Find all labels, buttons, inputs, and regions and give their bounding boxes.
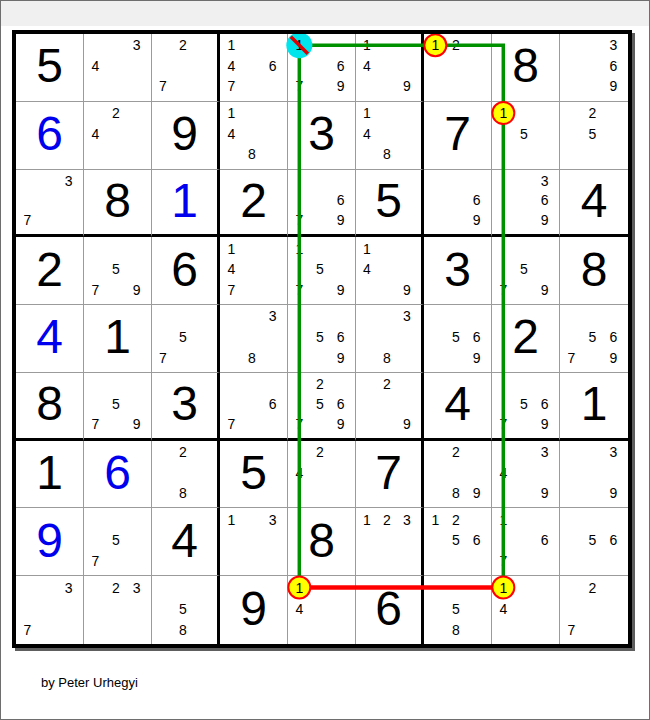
candidate-3[interactable]: 3: [534, 442, 555, 463]
candidates: 1467: [221, 35, 283, 97]
candidate-2[interactable]: 2: [582, 103, 603, 124]
candidate-4[interactable]: 4: [85, 123, 106, 144]
cell-r3c6[interactable]: 5: [356, 170, 424, 238]
candidate-7[interactable]: 7: [561, 619, 582, 640]
given-digit: 3: [288, 102, 355, 169]
candidate-9[interactable]: 9: [534, 414, 555, 434]
cell-r2c1[interactable]: 6: [16, 102, 84, 170]
given-digit: 5: [16, 34, 83, 101]
given-digit: 6: [356, 576, 421, 644]
cell-r8c2[interactable]: 57: [84, 508, 152, 576]
candidates: 12: [425, 35, 487, 97]
candidate-3[interactable]: 3: [58, 577, 79, 598]
candidate-4[interactable]: 4: [493, 462, 514, 483]
candidate-3[interactable]: 3: [126, 577, 147, 598]
cell-r1c1[interactable]: 5: [16, 34, 84, 102]
candidate-1[interactable]: 1: [493, 577, 514, 598]
candidates: 15: [493, 103, 555, 165]
candidate-3[interactable]: 3: [603, 442, 624, 463]
candidate-4[interactable]: 4: [221, 123, 242, 144]
candidate-7[interactable]: 7: [17, 619, 38, 640]
cell-r9c4[interactable]: 9: [220, 576, 288, 644]
candidate-9[interactable]: 9: [534, 210, 555, 230]
candidate-1[interactable]: 1: [221, 35, 242, 56]
candidate-5[interactable]: 5: [310, 259, 331, 280]
cell-r9c3[interactable]: 58: [152, 576, 220, 644]
candidate-2[interactable]: 2: [446, 509, 467, 530]
cell-r3c8[interactable]: 369: [492, 170, 560, 238]
title-bar: [1, 1, 650, 26]
candidates: 58: [153, 577, 213, 640]
candidate-5[interactable]: 5: [173, 598, 193, 619]
candidate-9[interactable]: 9: [603, 76, 624, 97]
cell-r7c2[interactable]: 6: [84, 441, 152, 509]
cell-r7c3[interactable]: 28: [152, 441, 220, 509]
candidates: 123: [357, 509, 417, 571]
candidate-1[interactable]: 1: [221, 103, 242, 124]
candidate-1[interactable]: 1: [357, 35, 377, 56]
candidate-6[interactable]: 6: [330, 394, 351, 414]
cell-r1c9[interactable]: 369: [560, 34, 628, 102]
cell-r8c5[interactable]: 8: [288, 508, 356, 576]
candidate-8[interactable]: 8: [446, 483, 467, 504]
cell-r6c2[interactable]: 579: [84, 373, 152, 441]
candidate-3[interactable]: 3: [534, 171, 555, 191]
candidates: 25679: [289, 374, 351, 434]
given-digit: 5: [356, 170, 421, 235]
cell-r3c5[interactable]: 679: [288, 170, 356, 238]
cell-r6c6[interactable]: 29: [356, 373, 424, 441]
cell-r9c6[interactable]: 6: [356, 576, 424, 644]
candidate-6[interactable]: 6: [330, 190, 351, 210]
candidate-6[interactable]: 6: [534, 190, 555, 210]
given-digit: 9: [152, 102, 217, 169]
cell-r3c7[interactable]: 69: [424, 170, 492, 238]
candidate-5[interactable]: 5: [106, 530, 127, 551]
cell-r6c8[interactable]: 5679: [492, 373, 560, 441]
cell-r5c5[interactable]: 569: [288, 305, 356, 373]
candidate-4[interactable]: 4: [221, 56, 242, 77]
candidate-9[interactable]: 9: [534, 483, 555, 504]
solved-digit: 6: [84, 441, 151, 508]
given-digit: 3: [152, 373, 217, 438]
cell-r4c3[interactable]: 6: [152, 237, 220, 305]
candidate-8[interactable]: 8: [173, 619, 193, 640]
cell-r8c3[interactable]: 4: [152, 508, 220, 576]
candidates: 37: [17, 577, 79, 640]
cell-r7c5[interactable]: 24: [288, 441, 356, 509]
candidate-8[interactable]: 8: [377, 347, 397, 368]
cell-r7c7[interactable]: 289: [424, 441, 492, 509]
candidate-6[interactable]: 6: [330, 56, 351, 77]
cell-r9c9[interactable]: 27: [560, 576, 628, 644]
candidates: 24: [85, 103, 147, 165]
given-digit: 8: [560, 237, 628, 304]
candidate-6[interactable]: 6: [466, 530, 487, 551]
candidate-4[interactable]: 4: [357, 259, 377, 280]
candidates: 24: [289, 442, 351, 504]
candidate-7[interactable]: 7: [221, 414, 242, 434]
candidates: 27: [561, 577, 624, 640]
candidate-8[interactable]: 8: [173, 483, 193, 504]
candidates: 148: [221, 103, 283, 165]
candidates: 38: [221, 306, 283, 368]
candidate-1[interactable]: 1: [357, 103, 377, 124]
candidates: 149: [357, 238, 417, 300]
candidate-9[interactable]: 9: [466, 347, 487, 368]
candidate-7[interactable]: 7: [493, 551, 514, 572]
candidate-4[interactable]: 4: [493, 598, 514, 619]
candidates: 13: [221, 509, 283, 571]
candidate-6[interactable]: 6: [603, 327, 624, 348]
given-digit: 4: [152, 508, 217, 575]
given-digit: 4: [560, 170, 628, 235]
candidate-9[interactable]: 9: [466, 210, 487, 230]
given-digit: 1: [560, 373, 628, 438]
cell-r8c8[interactable]: 167: [492, 508, 560, 576]
candidates: 349: [493, 442, 555, 504]
given-digit: 4: [424, 373, 491, 438]
candidates: 37: [17, 171, 79, 231]
candidate-6[interactable]: 6: [262, 56, 283, 77]
candidate-5[interactable]: 5: [446, 530, 467, 551]
candidate-9[interactable]: 9: [330, 210, 351, 230]
candidate-7[interactable]: 7: [221, 76, 242, 97]
solved-digit: 4: [16, 305, 83, 372]
cell-r8c7[interactable]: 1256: [424, 508, 492, 576]
cell-r6c9[interactable]: 1: [560, 373, 628, 441]
candidate-1[interactable]: 1: [289, 577, 310, 598]
candidate-4[interactable]: 4: [289, 462, 310, 483]
candidate-8[interactable]: 8: [242, 347, 263, 368]
cell-r8c1[interactable]: 9: [16, 508, 84, 576]
candidate-1[interactable]: 1: [221, 238, 242, 259]
candidate-5[interactable]: 5: [173, 327, 193, 348]
cell-r1c4[interactable]: 1467: [220, 34, 288, 102]
candidate-2[interactable]: 2: [377, 509, 397, 530]
candidate-8[interactable]: 8: [242, 144, 263, 165]
given-digit: 8: [16, 373, 83, 438]
candidates: 56: [561, 509, 624, 571]
cell-r5c6[interactable]: 38: [356, 305, 424, 373]
cell-r6c7[interactable]: 4: [424, 373, 492, 441]
candidate-4[interactable]: 4: [357, 123, 377, 144]
app-window: 5342714671679149128369624914831487152537…: [0, 0, 650, 720]
cell-r2c6[interactable]: 148: [356, 102, 424, 170]
cell-r2c8[interactable]: 15: [492, 102, 560, 170]
cell-r7c9[interactable]: 39: [560, 441, 628, 509]
cell-r7c1[interactable]: 1: [16, 441, 84, 509]
solved-digit: 6: [16, 102, 83, 169]
candidate-1[interactable]: 1: [221, 509, 242, 530]
candidates: 57: [153, 306, 213, 368]
candidate-9[interactable]: 9: [330, 280, 351, 301]
cell-r7c4[interactable]: 5: [220, 441, 288, 509]
candidate-5[interactable]: 5: [514, 394, 535, 414]
cell-r5c1[interactable]: 4: [16, 305, 84, 373]
candidates: 5679: [493, 374, 555, 434]
cell-r5c4[interactable]: 38: [220, 305, 288, 373]
cell-r9c8[interactable]: 14: [492, 576, 560, 644]
candidate-5[interactable]: 5: [310, 327, 331, 348]
sudoku-board[interactable]: 5342714671679149128369624914831487152537…: [12, 30, 632, 648]
candidate-9[interactable]: 9: [126, 414, 147, 434]
cell-r3c2[interactable]: 8: [84, 170, 152, 238]
given-digit: 9: [220, 576, 287, 644]
cell-r1c2[interactable]: 34: [84, 34, 152, 102]
given-digit: 1: [16, 441, 83, 508]
candidate-5[interactable]: 5: [514, 259, 535, 280]
cell-r6c3[interactable]: 3: [152, 373, 220, 441]
candidate-1[interactable]: 1: [425, 509, 446, 530]
candidate-5[interactable]: 5: [446, 327, 467, 348]
candidates: 679: [289, 171, 351, 231]
candidate-7[interactable]: 7: [85, 551, 106, 572]
candidate-5[interactable]: 5: [446, 598, 467, 619]
cell-r4c9[interactable]: 8: [560, 237, 628, 305]
candidate-7[interactable]: 7: [493, 414, 514, 434]
candidates: 67: [221, 374, 283, 434]
given-digit: 3: [424, 237, 491, 304]
candidate-1[interactable]: 1: [493, 103, 514, 124]
candidate-2[interactable]: 2: [446, 442, 467, 463]
cell-r9c2[interactable]: 23: [84, 576, 152, 644]
candidate-2[interactable]: 2: [446, 35, 467, 56]
candidates: 38: [357, 306, 417, 368]
cell-r2c7[interactable]: 7: [424, 102, 492, 170]
cell-r5c2[interactable]: 1: [84, 305, 152, 373]
candidates: 34: [85, 35, 147, 97]
candidate-3[interactable]: 3: [262, 306, 283, 327]
candidate-9[interactable]: 9: [397, 414, 417, 434]
candidates: 569: [425, 306, 487, 368]
candidate-1[interactable]: 1: [425, 35, 446, 56]
candidate-5[interactable]: 5: [514, 123, 535, 144]
candidate-7[interactable]: 7: [17, 210, 38, 230]
candidate-3[interactable]: 3: [126, 35, 147, 56]
cell-r5c9[interactable]: 5679: [560, 305, 628, 373]
candidate-1[interactable]: 1: [493, 509, 514, 530]
candidate-7[interactable]: 7: [289, 210, 310, 230]
candidate-9[interactable]: 9: [466, 483, 487, 504]
candidate-7[interactable]: 7: [221, 280, 242, 301]
candidates: 14: [493, 577, 555, 640]
cell-r1c3[interactable]: 27: [152, 34, 220, 102]
candidate-5[interactable]: 5: [582, 530, 603, 551]
candidate-9[interactable]: 9: [534, 280, 555, 301]
solved-digit: 9: [16, 508, 83, 575]
cell-r7c8[interactable]: 349: [492, 441, 560, 509]
candidate-6[interactable]: 6: [466, 327, 487, 348]
cell-r5c3[interactable]: 57: [152, 305, 220, 373]
candidates: 58: [425, 577, 487, 640]
given-digit: 1: [84, 305, 151, 372]
candidates: 167: [493, 509, 555, 571]
candidate-3[interactable]: 3: [397, 509, 417, 530]
candidate-9[interactable]: 9: [603, 347, 624, 368]
candidate-2[interactable]: 2: [173, 442, 193, 463]
candidates: 23: [85, 577, 147, 640]
candidate-7[interactable]: 7: [289, 76, 310, 97]
cell-r5c8[interactable]: 2: [492, 305, 560, 373]
cell-r5c7[interactable]: 569: [424, 305, 492, 373]
candidates: 569: [289, 306, 351, 368]
cell-r2c2[interactable]: 24: [84, 102, 152, 170]
cell-r3c3[interactable]: 1: [152, 170, 220, 238]
candidates: 5679: [561, 306, 624, 368]
cell-r6c1[interactable]: 8: [16, 373, 84, 441]
candidates: 149: [357, 35, 417, 97]
candidate-3[interactable]: 3: [603, 35, 624, 56]
candidates: 369: [561, 35, 624, 97]
cell-r4c6[interactable]: 149: [356, 237, 424, 305]
cell-r2c9[interactable]: 25: [560, 102, 628, 170]
cell-r8c4[interactable]: 13: [220, 508, 288, 576]
candidate-6[interactable]: 6: [603, 56, 624, 77]
candidate-4[interactable]: 4: [221, 259, 242, 280]
candidates: 57: [85, 509, 147, 571]
cell-r4c1[interactable]: 2: [16, 237, 84, 305]
candidate-2[interactable]: 2: [173, 35, 193, 56]
cell-r1c8[interactable]: 8: [492, 34, 560, 102]
solved-digit: 1: [152, 170, 217, 235]
cell-r4c2[interactable]: 579: [84, 237, 152, 305]
candidates: 147: [221, 238, 283, 300]
candidate-4[interactable]: 4: [357, 56, 377, 77]
candidate-2[interactable]: 2: [106, 103, 127, 124]
candidates: 369: [493, 171, 555, 231]
cell-r9c7[interactable]: 58: [424, 576, 492, 644]
cell-r4c4[interactable]: 147: [220, 237, 288, 305]
given-digit: 7: [356, 441, 421, 508]
candidate-6[interactable]: 6: [534, 530, 555, 551]
candidate-7[interactable]: 7: [153, 347, 173, 368]
candidate-5[interactable]: 5: [106, 259, 127, 280]
cell-r1c7[interactable]: 12: [424, 34, 492, 102]
candidate-4[interactable]: 4: [85, 56, 106, 77]
cell-r4c8[interactable]: 579: [492, 237, 560, 305]
candidate-7[interactable]: 7: [289, 414, 310, 434]
candidates: 148: [357, 103, 417, 165]
candidate-9[interactable]: 9: [603, 483, 624, 504]
candidate-6[interactable]: 6: [466, 190, 487, 210]
candidate-3[interactable]: 3: [58, 171, 79, 191]
candidate-8[interactable]: 8: [377, 144, 397, 165]
candidate-2[interactable]: 2: [106, 577, 127, 598]
cell-r6c5[interactable]: 25679: [288, 373, 356, 441]
candidate-5[interactable]: 5: [106, 394, 127, 414]
given-digit: 2: [220, 170, 287, 235]
candidates: 29: [357, 374, 417, 434]
candidate-5[interactable]: 5: [582, 123, 603, 144]
candidate-1[interactable]: 1: [357, 509, 377, 530]
candidate-1[interactable]: 1: [289, 35, 310, 56]
candidate-2[interactable]: 2: [310, 374, 331, 394]
cell-r3c1[interactable]: 37: [16, 170, 84, 238]
cell-r4c5[interactable]: 1579: [288, 237, 356, 305]
candidate-6[interactable]: 6: [330, 327, 351, 348]
candidate-2[interactable]: 2: [377, 374, 397, 394]
candidate-1[interactable]: 1: [357, 238, 377, 259]
candidate-6[interactable]: 6: [262, 394, 283, 414]
candidates: 289: [425, 442, 487, 504]
cell-r8c6[interactable]: 123: [356, 508, 424, 576]
cell-r1c5[interactable]: 1679: [288, 34, 356, 102]
candidate-7[interactable]: 7: [561, 347, 582, 368]
candidates: 27: [153, 35, 213, 97]
given-digit: 5: [220, 441, 287, 508]
candidates: 579: [85, 238, 147, 300]
candidates: 1256: [425, 509, 487, 571]
candidate-5[interactable]: 5: [310, 394, 331, 414]
given-digit: 2: [492, 305, 559, 372]
given-digit: 2: [16, 237, 83, 304]
candidate-4[interactable]: 4: [289, 598, 310, 619]
candidate-7[interactable]: 7: [153, 76, 173, 97]
cell-r2c4[interactable]: 148: [220, 102, 288, 170]
given-digit: 8: [288, 508, 355, 575]
cell-r9c5[interactable]: 14: [288, 576, 356, 644]
candidates: 28: [153, 442, 213, 504]
cell-r4c7[interactable]: 3: [424, 237, 492, 305]
candidates: 14: [289, 577, 351, 640]
candidates: 579: [85, 374, 147, 434]
candidate-3[interactable]: 3: [397, 306, 417, 327]
cell-r3c4[interactable]: 2: [220, 170, 288, 238]
candidate-7[interactable]: 7: [289, 280, 310, 301]
candidate-2[interactable]: 2: [582, 577, 603, 598]
cell-r6c4[interactable]: 67: [220, 373, 288, 441]
candidate-6[interactable]: 6: [603, 530, 624, 551]
cell-r7c6[interactable]: 7: [356, 441, 424, 509]
candidate-7[interactable]: 7: [493, 280, 514, 301]
credit-text: by Peter Urhegyi: [41, 675, 138, 690]
candidates: 39: [561, 442, 624, 504]
cell-r2c5[interactable]: 3: [288, 102, 356, 170]
candidate-5[interactable]: 5: [582, 327, 603, 348]
candidate-7[interactable]: 7: [85, 280, 106, 301]
candidate-7[interactable]: 7: [85, 414, 106, 434]
candidate-3[interactable]: 3: [262, 509, 283, 530]
candidates: 1579: [289, 238, 351, 300]
candidate-9[interactable]: 9: [397, 280, 417, 301]
candidate-9[interactable]: 9: [126, 280, 147, 301]
candidates: 69: [425, 171, 487, 231]
candidates: 1679: [289, 35, 351, 97]
given-digit: 7: [424, 102, 491, 169]
candidate-2[interactable]: 2: [310, 442, 331, 463]
candidate-8[interactable]: 8: [446, 619, 467, 640]
given-digit: 6: [152, 237, 217, 304]
cell-r8c9[interactable]: 56: [560, 508, 628, 576]
cell-r9c1[interactable]: 37: [16, 576, 84, 644]
candidate-9[interactable]: 9: [330, 347, 351, 368]
candidate-9[interactable]: 9: [330, 76, 351, 97]
given-digit: 8: [492, 34, 559, 101]
candidates: 25: [561, 103, 624, 165]
cell-r3c9[interactable]: 4: [560, 170, 628, 238]
candidates: 579: [493, 238, 555, 300]
candidate-9[interactable]: 9: [330, 414, 351, 434]
cell-r1c6[interactable]: 149: [356, 34, 424, 102]
candidate-1[interactable]: 1: [289, 238, 310, 259]
given-digit: 8: [84, 170, 151, 235]
candidate-6[interactable]: 6: [534, 394, 555, 414]
cell-r2c3[interactable]: 9: [152, 102, 220, 170]
candidate-9[interactable]: 9: [397, 76, 417, 97]
